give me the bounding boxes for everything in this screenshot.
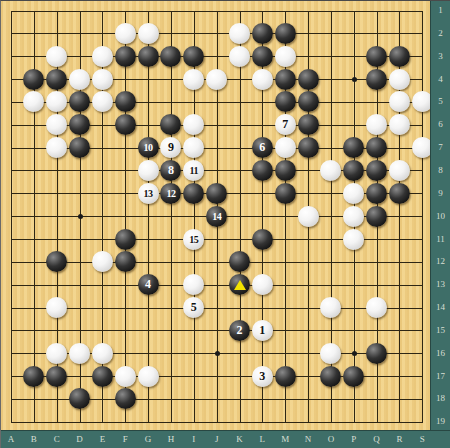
stone-black-G7[interactable]: 10 xyxy=(138,137,159,158)
stone-white-L17[interactable]: 3 xyxy=(252,366,273,387)
stone-black-B17[interactable] xyxy=(23,366,44,387)
stone-black-O17[interactable] xyxy=(320,366,341,387)
move-number-label: 7 xyxy=(282,117,288,132)
stone-white-H7[interactable]: 9 xyxy=(160,137,181,158)
stone-white-O8[interactable] xyxy=(320,160,341,181)
stone-black-Q4[interactable] xyxy=(366,69,387,90)
stone-black-M8[interactable] xyxy=(275,160,296,181)
column-label: M xyxy=(275,434,296,445)
stone-black-R3[interactable] xyxy=(389,46,410,67)
stone-black-I3[interactable] xyxy=(183,46,204,67)
stone-white-C3[interactable] xyxy=(46,46,67,67)
stone-white-I8[interactable]: 11 xyxy=(183,160,204,181)
row-label: 19 xyxy=(430,416,450,427)
row-label: 11 xyxy=(430,234,450,245)
stone-white-I11[interactable]: 15 xyxy=(183,229,204,250)
column-label: E xyxy=(92,434,113,445)
column-label: Q xyxy=(366,434,387,445)
stone-white-C5[interactable] xyxy=(46,91,67,112)
row-label: 9 xyxy=(430,188,450,199)
stone-white-O14[interactable] xyxy=(320,297,341,318)
stone-white-N10[interactable] xyxy=(298,206,319,227)
stone-white-I7[interactable] xyxy=(183,137,204,158)
column-label: L xyxy=(252,434,273,445)
stone-black-L8[interactable] xyxy=(252,160,273,181)
column-label: B xyxy=(23,434,44,445)
row-label: 6 xyxy=(430,119,450,130)
stone-black-F18[interactable] xyxy=(115,388,136,409)
stone-black-K13[interactable] xyxy=(229,274,250,295)
row-label: 14 xyxy=(430,302,450,313)
column-label: G xyxy=(138,434,159,445)
stone-black-F11[interactable] xyxy=(115,229,136,250)
move-number-label: 5 xyxy=(191,300,197,315)
stone-white-G17[interactable] xyxy=(138,366,159,387)
stone-white-G9[interactable]: 13 xyxy=(138,183,159,204)
row-label: 7 xyxy=(430,142,450,153)
stone-black-L7[interactable]: 6 xyxy=(252,137,273,158)
stone-white-M6[interactable]: 7 xyxy=(275,114,296,135)
stone-black-D6[interactable] xyxy=(69,114,90,135)
stone-white-D4[interactable] xyxy=(69,69,90,90)
stone-black-J10[interactable]: 14 xyxy=(206,206,227,227)
column-label: F xyxy=(115,434,136,445)
row-label: 8 xyxy=(430,165,450,176)
star-point xyxy=(352,77,357,82)
move-number-label: 9 xyxy=(168,140,174,155)
stone-white-M7[interactable] xyxy=(275,137,296,158)
go-board-screenshot: 710968111312141545213 123456789101112131… xyxy=(0,0,450,448)
stone-black-M9[interactable] xyxy=(275,183,296,204)
row-label: 1 xyxy=(430,5,450,16)
stone-black-D7[interactable] xyxy=(69,137,90,158)
stone-black-N7[interactable] xyxy=(298,137,319,158)
stone-white-E12[interactable] xyxy=(92,251,113,272)
move-number-label: 13 xyxy=(144,188,153,199)
stone-white-G8[interactable] xyxy=(138,160,159,181)
stone-black-J9[interactable] xyxy=(206,183,227,204)
row-label: 3 xyxy=(430,51,450,62)
stone-black-L3[interactable] xyxy=(252,46,273,67)
stone-white-Q6[interactable] xyxy=(366,114,387,135)
column-label: D xyxy=(69,434,90,445)
stone-black-F6[interactable] xyxy=(115,114,136,135)
row-label: 13 xyxy=(430,279,450,290)
star-point xyxy=(78,214,83,219)
stone-black-Q16[interactable] xyxy=(366,343,387,364)
stone-white-P11[interactable] xyxy=(343,229,364,250)
stone-white-L13[interactable] xyxy=(252,274,273,295)
stone-black-F5[interactable] xyxy=(115,91,136,112)
stone-black-C12[interactable] xyxy=(46,251,67,272)
stone-black-I9[interactable] xyxy=(183,183,204,204)
grid-line-horizontal xyxy=(11,308,423,309)
column-label: I xyxy=(183,434,204,445)
stone-black-N4[interactable] xyxy=(298,69,319,90)
stone-white-C7[interactable] xyxy=(46,137,67,158)
stone-white-C16[interactable] xyxy=(46,343,67,364)
move-number-label: 10 xyxy=(144,142,153,153)
stone-black-H6[interactable] xyxy=(160,114,181,135)
row-label: 17 xyxy=(430,371,450,382)
stone-white-F2[interactable] xyxy=(115,23,136,44)
column-label: J xyxy=(206,434,227,445)
grid-line-vertical xyxy=(240,11,241,423)
stone-white-P10[interactable] xyxy=(343,206,364,227)
column-label: R xyxy=(389,434,410,445)
column-label: H xyxy=(160,434,181,445)
row-label: 5 xyxy=(430,96,450,107)
stone-black-P17[interactable] xyxy=(343,366,364,387)
stone-black-H8[interactable]: 8 xyxy=(160,160,181,181)
stone-white-I6[interactable] xyxy=(183,114,204,135)
stone-black-K12[interactable] xyxy=(229,251,250,272)
stone-black-K15[interactable]: 2 xyxy=(229,320,250,341)
stone-black-Q9[interactable] xyxy=(366,183,387,204)
stone-black-B4[interactable] xyxy=(23,69,44,90)
row-label: 4 xyxy=(430,74,450,85)
stone-black-G13[interactable]: 4 xyxy=(138,274,159,295)
stone-black-E17[interactable] xyxy=(92,366,113,387)
stone-white-M3[interactable] xyxy=(275,46,296,67)
column-label: K xyxy=(229,434,250,445)
stone-black-Q10[interactable] xyxy=(366,206,387,227)
star-point xyxy=(352,351,357,356)
grid-line-vertical xyxy=(422,11,423,423)
row-label: 2 xyxy=(430,28,450,39)
column-label: A xyxy=(1,434,22,445)
stone-white-G2[interactable] xyxy=(138,23,159,44)
stone-black-N6[interactable] xyxy=(298,114,319,135)
stone-white-R8[interactable] xyxy=(389,160,410,181)
stone-white-J4[interactable] xyxy=(206,69,227,90)
stone-white-I14[interactable]: 5 xyxy=(183,297,204,318)
stone-white-I13[interactable] xyxy=(183,274,204,295)
stone-black-P7[interactable] xyxy=(343,137,364,158)
stone-black-M4[interactable] xyxy=(275,69,296,90)
right-coordinate-strip: 12345678910111213141516171819 xyxy=(430,1,450,448)
stone-white-E16[interactable] xyxy=(92,343,113,364)
stone-white-E4[interactable] xyxy=(92,69,113,90)
move-number-label: 8 xyxy=(168,163,174,178)
column-label: S xyxy=(412,434,433,445)
move-number-label: 4 xyxy=(145,277,151,292)
stone-black-F12[interactable] xyxy=(115,251,136,272)
move-number-label: 3 xyxy=(259,369,265,384)
stone-black-L11[interactable] xyxy=(252,229,273,250)
grid-line-horizontal xyxy=(11,330,423,331)
stone-white-F17[interactable] xyxy=(115,366,136,387)
stone-white-C14[interactable] xyxy=(46,297,67,318)
stone-white-L15[interactable]: 1 xyxy=(252,320,273,341)
row-label: 15 xyxy=(430,325,450,336)
column-label: N xyxy=(298,434,319,445)
stone-black-Q7[interactable] xyxy=(366,137,387,158)
move-number-label: 1 xyxy=(259,323,265,338)
column-label: P xyxy=(343,434,364,445)
star-point xyxy=(215,351,220,356)
stone-white-C6[interactable] xyxy=(46,114,67,135)
stone-black-N5[interactable] xyxy=(298,91,319,112)
stone-black-H9[interactable]: 12 xyxy=(160,183,181,204)
stone-white-K3[interactable] xyxy=(229,46,250,67)
stone-white-O16[interactable] xyxy=(320,343,341,364)
stone-black-M5[interactable] xyxy=(275,91,296,112)
stone-white-L4[interactable] xyxy=(252,69,273,90)
row-label: 10 xyxy=(430,211,450,222)
stone-black-H3[interactable] xyxy=(160,46,181,67)
stone-white-R5[interactable] xyxy=(389,91,410,112)
column-label: O xyxy=(320,434,341,445)
stone-white-K2[interactable] xyxy=(229,23,250,44)
stone-white-E3[interactable] xyxy=(92,46,113,67)
row-label: 16 xyxy=(430,348,450,359)
stone-white-Q14[interactable] xyxy=(366,297,387,318)
stone-white-D16[interactable] xyxy=(69,343,90,364)
stone-white-R6[interactable] xyxy=(389,114,410,135)
stone-black-D5[interactable] xyxy=(69,91,90,112)
stone-white-P9[interactable] xyxy=(343,183,364,204)
grid-line-horizontal xyxy=(11,422,423,423)
stone-black-M17[interactable] xyxy=(275,366,296,387)
stone-white-E5[interactable] xyxy=(92,91,113,112)
stone-white-I4[interactable] xyxy=(183,69,204,90)
move-number-label: 14 xyxy=(212,211,221,222)
stone-black-M2[interactable] xyxy=(275,23,296,44)
stone-black-R9[interactable] xyxy=(389,183,410,204)
stone-white-R4[interactable] xyxy=(389,69,410,90)
bottom-coordinate-strip: ABCDEFGHIJKLMNOPQRS xyxy=(1,430,450,448)
triangle-marker-icon xyxy=(234,280,246,290)
move-number-label: 12 xyxy=(166,188,175,199)
stone-black-D18[interactable] xyxy=(69,388,90,409)
move-number-label: 11 xyxy=(190,165,198,176)
stone-black-L2[interactable] xyxy=(252,23,273,44)
stone-black-P8[interactable] xyxy=(343,160,364,181)
move-number-label: 2 xyxy=(237,323,243,338)
stone-black-Q8[interactable] xyxy=(366,160,387,181)
move-number-label: 15 xyxy=(189,234,198,245)
row-label: 12 xyxy=(430,256,450,267)
stone-black-C4[interactable] xyxy=(46,69,67,90)
stone-black-Q3[interactable] xyxy=(366,46,387,67)
grid-line-horizontal xyxy=(11,262,423,263)
stone-black-G3[interactable] xyxy=(138,46,159,67)
column-label: C xyxy=(46,434,67,445)
stone-black-C17[interactable] xyxy=(46,366,67,387)
stone-white-B5[interactable] xyxy=(23,91,44,112)
stone-black-F3[interactable] xyxy=(115,46,136,67)
grid-line-horizontal xyxy=(11,285,423,286)
move-number-label: 6 xyxy=(259,140,265,155)
row-label: 18 xyxy=(430,393,450,404)
